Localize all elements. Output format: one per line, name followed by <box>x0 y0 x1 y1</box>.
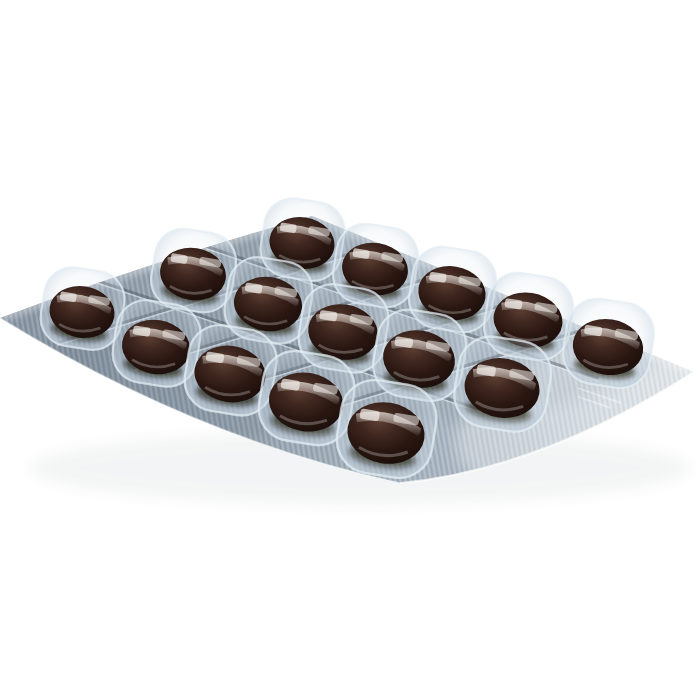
blister-pack-photo <box>0 0 700 700</box>
pill-r3-c5 <box>332 375 441 483</box>
pill-r2-c5 <box>450 332 556 437</box>
pill-r1-c5 <box>559 294 659 392</box>
photo-canvas <box>0 0 700 700</box>
